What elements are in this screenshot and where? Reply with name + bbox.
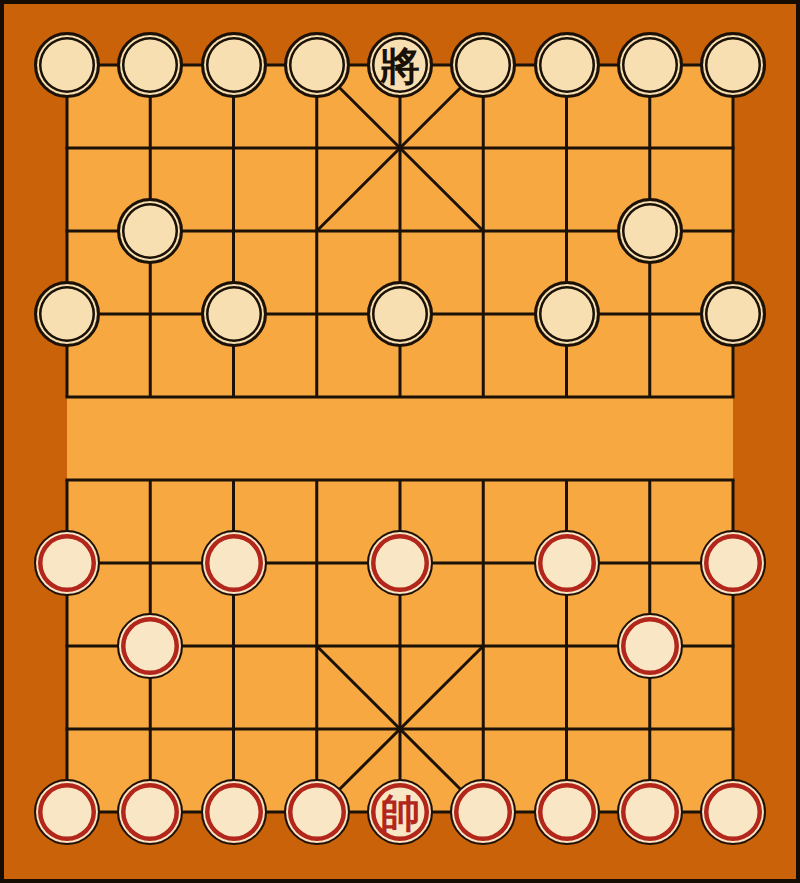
black-blank-piece[interactable]: [117, 198, 183, 264]
black-blank-piece[interactable]: [34, 281, 100, 347]
red-blank-piece[interactable]: [617, 613, 683, 679]
black-blank-piece[interactable]: [201, 281, 267, 347]
board-cell: [608, 771, 691, 854]
board-cell: [442, 24, 525, 107]
red-blank-piece[interactable]: [284, 779, 350, 845]
board-cell: [275, 771, 358, 854]
red-blank-piece[interactable]: [201, 530, 267, 596]
red-blank-piece[interactable]: [534, 779, 600, 845]
board-cell: [608, 24, 691, 107]
board-cell: [608, 190, 691, 273]
red-blank-piece[interactable]: [534, 530, 600, 596]
black-blank-piece[interactable]: [450, 32, 516, 98]
board-cell: [691, 522, 774, 605]
xiangqi-board: 將帥: [0, 0, 800, 883]
black-general-piece[interactable]: 將: [367, 32, 433, 98]
board-cell: [192, 273, 275, 356]
board-cell: [691, 771, 774, 854]
board-cell: [358, 522, 441, 605]
red-blank-piece[interactable]: [34, 530, 100, 596]
board-cell: [691, 273, 774, 356]
black-general-glyph: 將: [380, 46, 420, 86]
red-blank-piece[interactable]: [117, 613, 183, 679]
black-blank-piece[interactable]: [617, 32, 683, 98]
board-cell: [25, 273, 108, 356]
board-cell: [25, 771, 108, 854]
board-cell: [192, 24, 275, 107]
black-blank-piece[interactable]: [284, 32, 350, 98]
black-blank-piece[interactable]: [700, 281, 766, 347]
black-blank-piece[interactable]: [534, 32, 600, 98]
board-cell: 帥: [358, 771, 441, 854]
board-cell: [525, 771, 608, 854]
red-blank-piece[interactable]: [34, 779, 100, 845]
board-cell: [525, 273, 608, 356]
board-cell: [525, 522, 608, 605]
black-blank-piece[interactable]: [367, 281, 433, 347]
red-general-glyph: 帥: [380, 793, 420, 833]
red-blank-piece[interactable]: [450, 779, 516, 845]
red-blank-piece[interactable]: [700, 779, 766, 845]
board-cell: 將: [358, 24, 441, 107]
board-cell: [109, 24, 192, 107]
red-blank-piece[interactable]: [617, 779, 683, 845]
red-blank-piece[interactable]: [201, 779, 267, 845]
board-cell: [192, 771, 275, 854]
board-cell: [25, 522, 108, 605]
board-cell: [109, 190, 192, 273]
board-cell: [358, 273, 441, 356]
red-general-piece[interactable]: 帥: [367, 779, 433, 845]
red-blank-piece[interactable]: [700, 530, 766, 596]
board-cell: [109, 605, 192, 688]
board-cell: [691, 24, 774, 107]
black-blank-piece[interactable]: [201, 32, 267, 98]
black-blank-piece[interactable]: [117, 32, 183, 98]
red-blank-piece[interactable]: [117, 779, 183, 845]
black-blank-piece[interactable]: [34, 32, 100, 98]
board-cell: [275, 24, 358, 107]
black-blank-piece[interactable]: [534, 281, 600, 347]
board-cell: [608, 605, 691, 688]
board-cell: [25, 24, 108, 107]
red-blank-piece[interactable]: [367, 530, 433, 596]
board-cell: [109, 771, 192, 854]
black-blank-piece[interactable]: [700, 32, 766, 98]
piece-grid: 將帥: [25, 24, 774, 854]
black-blank-piece[interactable]: [617, 198, 683, 264]
board-cell: [525, 24, 608, 107]
board-cell: [442, 771, 525, 854]
board-cell: [192, 522, 275, 605]
